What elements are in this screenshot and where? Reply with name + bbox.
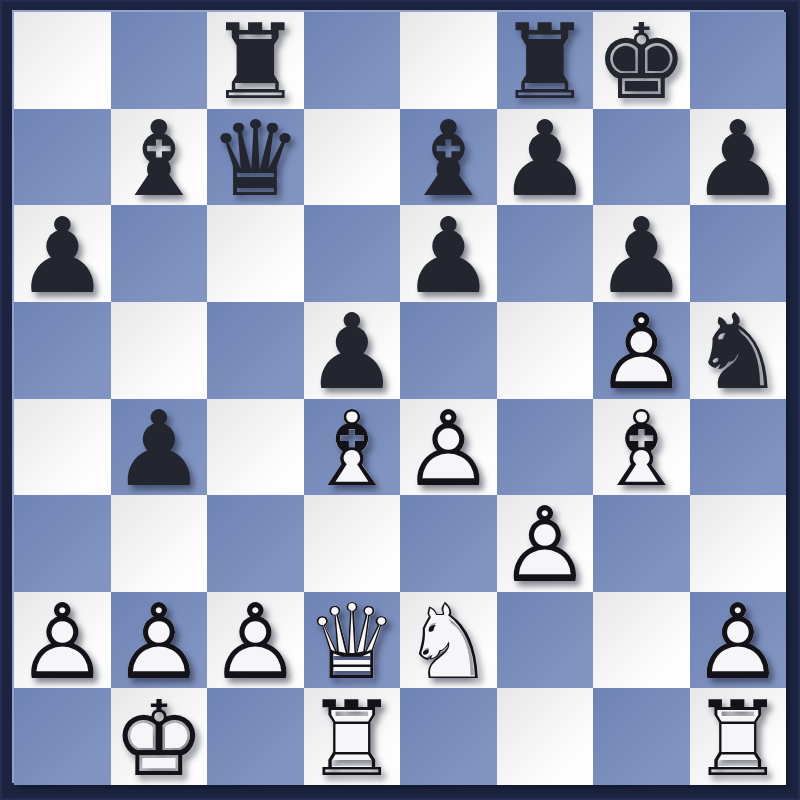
square-h3[interactable] <box>690 495 787 592</box>
square-c1[interactable] <box>207 688 304 785</box>
square-c4[interactable] <box>207 399 304 496</box>
square-g1[interactable] <box>593 688 690 785</box>
white-bishop-outline: ♗ <box>595 401 688 497</box>
piece-black-pawn[interactable]: ♟ <box>497 109 594 206</box>
square-h1[interactable]: ♜♖ <box>690 688 787 785</box>
square-e3[interactable] <box>400 495 497 592</box>
white-pawn-outline: ♙ <box>209 594 302 690</box>
square-a8[interactable] <box>14 12 111 109</box>
square-a6[interactable]: ♟ <box>14 205 111 302</box>
square-a5[interactable] <box>14 302 111 399</box>
square-f2[interactable] <box>497 592 594 689</box>
piece-white-pawn[interactable]: ♟♙ <box>111 592 208 689</box>
square-d1[interactable]: ♜♖ <box>304 688 401 785</box>
white-pawn-outline: ♙ <box>691 594 784 690</box>
square-g3[interactable] <box>593 495 690 592</box>
black-bishop-glyph: ♝ <box>112 111 205 207</box>
piece-black-pawn[interactable]: ♟ <box>400 205 497 302</box>
piece-black-bishop[interactable]: ♝ <box>400 109 497 206</box>
square-g4[interactable]: ♝♗ <box>593 399 690 496</box>
piece-black-pawn[interactable]: ♟ <box>14 205 111 302</box>
square-h5[interactable]: ♞ <box>690 302 787 399</box>
piece-black-rook[interactable]: ♜ <box>207 12 304 109</box>
black-pawn-glyph: ♟ <box>305 304 398 400</box>
square-a3[interactable] <box>14 495 111 592</box>
square-a7[interactable] <box>14 109 111 206</box>
square-g6[interactable]: ♟ <box>593 205 690 302</box>
white-pawn-outline: ♙ <box>498 497 591 593</box>
square-c7[interactable]: ♛ <box>207 109 304 206</box>
square-e5[interactable] <box>400 302 497 399</box>
square-g7[interactable] <box>593 109 690 206</box>
black-pawn-glyph: ♟ <box>402 208 495 304</box>
square-f6[interactable] <box>497 205 594 302</box>
white-rook-outline: ♖ <box>691 691 784 787</box>
square-e7[interactable]: ♝ <box>400 109 497 206</box>
piece-black-pawn[interactable]: ♟ <box>304 302 401 399</box>
square-d4[interactable]: ♝♗ <box>304 399 401 496</box>
piece-black-pawn[interactable]: ♟ <box>593 205 690 302</box>
piece-white-pawn[interactable]: ♟♙ <box>14 592 111 689</box>
piece-white-rook[interactable]: ♜♖ <box>304 688 401 785</box>
piece-black-bishop[interactable]: ♝ <box>111 109 208 206</box>
square-b4[interactable]: ♟ <box>111 399 208 496</box>
square-c8[interactable]: ♜ <box>207 12 304 109</box>
square-g5[interactable]: ♟♙ <box>593 302 690 399</box>
square-f5[interactable] <box>497 302 594 399</box>
square-d8[interactable] <box>304 12 401 109</box>
black-pawn-glyph: ♟ <box>16 208 109 304</box>
piece-white-pawn[interactable]: ♟♙ <box>497 495 594 592</box>
piece-white-king[interactable]: ♚♔ <box>111 688 208 785</box>
square-b5[interactable] <box>111 302 208 399</box>
square-f7[interactable]: ♟ <box>497 109 594 206</box>
black-king-glyph: ♚ <box>595 14 688 110</box>
piece-black-queen[interactable]: ♛ <box>207 109 304 206</box>
black-pawn-glyph: ♟ <box>595 208 688 304</box>
piece-white-bishop[interactable]: ♝♗ <box>304 399 401 496</box>
piece-white-knight[interactable]: ♞♘ <box>400 592 497 689</box>
square-f3[interactable]: ♟♙ <box>497 495 594 592</box>
black-pawn-glyph: ♟ <box>112 401 205 497</box>
piece-black-pawn[interactable]: ♟ <box>111 399 208 496</box>
piece-white-pawn[interactable]: ♟♙ <box>690 592 787 689</box>
black-bishop-glyph: ♝ <box>402 111 495 207</box>
square-g8[interactable]: ♚ <box>593 12 690 109</box>
square-f8[interactable]: ♜ <box>497 12 594 109</box>
piece-white-pawn[interactable]: ♟♙ <box>207 592 304 689</box>
square-h6[interactable] <box>690 205 787 302</box>
square-h8[interactable] <box>690 12 787 109</box>
white-pawn-outline: ♙ <box>595 304 688 400</box>
white-knight-outline: ♘ <box>402 594 495 690</box>
black-rook-glyph: ♜ <box>498 14 591 110</box>
square-h7[interactable]: ♟ <box>690 109 787 206</box>
black-pawn-glyph: ♟ <box>691 111 784 207</box>
square-e8[interactable] <box>400 12 497 109</box>
piece-white-queen[interactable]: ♛♕ <box>304 592 401 689</box>
white-rook-outline: ♖ <box>305 691 398 787</box>
square-e6[interactable]: ♟ <box>400 205 497 302</box>
square-b3[interactable] <box>111 495 208 592</box>
piece-black-knight[interactable]: ♞ <box>690 302 787 399</box>
square-a1[interactable] <box>14 688 111 785</box>
black-queen-glyph: ♛ <box>209 111 302 207</box>
white-pawn-outline: ♙ <box>16 594 109 690</box>
piece-black-king[interactable]: ♚ <box>593 12 690 109</box>
square-b1[interactable]: ♚♔ <box>111 688 208 785</box>
white-bishop-outline: ♗ <box>305 401 398 497</box>
square-h4[interactable] <box>690 399 787 496</box>
square-a2[interactable]: ♟♙ <box>14 592 111 689</box>
square-e4[interactable]: ♟♙ <box>400 399 497 496</box>
square-a4[interactable] <box>14 399 111 496</box>
piece-white-pawn[interactable]: ♟♙ <box>400 399 497 496</box>
square-d2[interactable]: ♛♕ <box>304 592 401 689</box>
square-d3[interactable] <box>304 495 401 592</box>
square-g2[interactable] <box>593 592 690 689</box>
square-f1[interactable] <box>497 688 594 785</box>
square-e1[interactable] <box>400 688 497 785</box>
square-c2[interactable]: ♟♙ <box>207 592 304 689</box>
piece-white-bishop[interactable]: ♝♗ <box>593 399 690 496</box>
square-d5[interactable]: ♟ <box>304 302 401 399</box>
square-c6[interactable] <box>207 205 304 302</box>
black-knight-glyph: ♞ <box>691 304 784 400</box>
white-king-outline: ♔ <box>112 691 205 787</box>
square-h2[interactable]: ♟♙ <box>690 592 787 689</box>
chess-board: ♜♜♚♝♛♝♟♟♟♟♟♟♟♙♞♟♝♗♟♙♝♗♟♙♟♙♟♙♟♙♛♕♞♘♟♙♚♔♜♖… <box>14 12 786 785</box>
square-f4[interactable] <box>497 399 594 496</box>
square-d7[interactable] <box>304 109 401 206</box>
white-pawn-outline: ♙ <box>112 594 205 690</box>
square-e2[interactable]: ♞♘ <box>400 592 497 689</box>
piece-white-rook[interactable]: ♜♖ <box>690 688 787 785</box>
white-pawn-outline: ♙ <box>402 401 495 497</box>
chess-app: ♜♜♚♝♛♝♟♟♟♟♟♟♟♙♞♟♝♗♟♙♝♗♟♙♟♙♟♙♟♙♛♕♞♘♟♙♚♔♜♖… <box>0 0 800 800</box>
piece-black-rook[interactable]: ♜ <box>497 12 594 109</box>
piece-white-pawn[interactable]: ♟♙ <box>593 302 690 399</box>
square-c3[interactable] <box>207 495 304 592</box>
square-b7[interactable]: ♝ <box>111 109 208 206</box>
square-b6[interactable] <box>111 205 208 302</box>
square-b2[interactable]: ♟♙ <box>111 592 208 689</box>
square-d6[interactable] <box>304 205 401 302</box>
white-queen-outline: ♕ <box>305 594 398 690</box>
piece-black-pawn[interactable]: ♟ <box>690 109 787 206</box>
square-c5[interactable] <box>207 302 304 399</box>
black-pawn-glyph: ♟ <box>498 111 591 207</box>
black-rook-glyph: ♜ <box>209 14 302 110</box>
square-b8[interactable] <box>111 12 208 109</box>
